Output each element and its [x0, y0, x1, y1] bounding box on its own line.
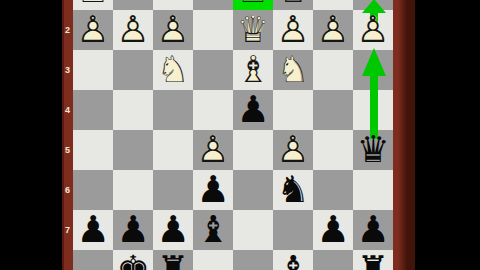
rank-labels: 234567 [0, 0, 480, 270]
rank-label-4: 4 [62, 105, 73, 115]
rank-label-7: 7 [62, 225, 73, 235]
video-frame: ♜♝♜♚♟♟♝♟♟♟♞♟♛♟♙♟♙♟♞♘♝♗♞♘♟♙♟♙♟♙♛♕♟♙♟♙♟♙♚♔… [0, 0, 480, 270]
rank-label-5: 5 [62, 145, 73, 155]
rank-label-2: 2 [62, 25, 73, 35]
rank-label-3: 3 [62, 65, 73, 75]
rank-label-6: 6 [62, 185, 73, 195]
letterbox-right [415, 0, 480, 270]
letterbox-left [0, 0, 62, 270]
